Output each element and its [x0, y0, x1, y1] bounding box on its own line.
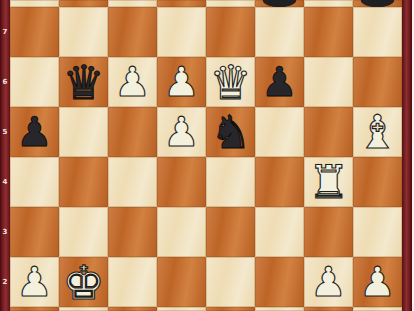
square-e2 [206, 257, 255, 307]
square-f6: ♟ [255, 57, 304, 107]
white-pawn-d6: ♟ [163, 62, 200, 103]
square-c1 [108, 307, 157, 311]
board-frame-right [402, 0, 412, 311]
square-a8 [10, 0, 59, 7]
square-c5 [108, 107, 157, 157]
square-d7 [157, 7, 206, 57]
square-e7 [206, 7, 255, 57]
chess-board: ♛♟♟♛♟♟♟♞♝♜♟♚♟♟ [10, 0, 402, 311]
square-f3 [255, 207, 304, 257]
square-e5: ♞ [206, 107, 255, 157]
white-pawn-c6: ♟ [114, 62, 151, 103]
black-queen-b6: ♛ [62, 59, 104, 106]
square-f2 [255, 257, 304, 307]
square-a5: ♟ [10, 107, 59, 157]
white-pawn-d5: ♟ [163, 112, 200, 153]
black-knight-e5: ♞ [210, 109, 251, 155]
white-king-b2: ♚ [62, 259, 104, 306]
square-c4 [108, 157, 157, 207]
square-c3 [108, 207, 157, 257]
square-f8 [255, 0, 304, 7]
rank-label-5: 5 [0, 107, 10, 157]
white-bishop-h5: ♝ [357, 109, 398, 155]
square-b2: ♚ [59, 257, 108, 307]
square-e6: ♛ [206, 57, 255, 107]
white-pawn-g2: ♟ [310, 262, 347, 303]
square-d8 [157, 0, 206, 7]
white-pawn-a2: ♟ [16, 262, 53, 303]
square-e8 [206, 0, 255, 7]
square-g6 [304, 57, 353, 107]
rank-label-7: 7 [0, 7, 10, 57]
square-e1 [206, 307, 255, 311]
square-h5: ♝ [353, 107, 402, 157]
square-g1 [304, 307, 353, 311]
square-f1 [255, 307, 304, 311]
white-pawn-h2: ♟ [359, 262, 396, 303]
square-h2: ♟ [353, 257, 402, 307]
square-g3 [304, 207, 353, 257]
chess-diagram: ♛♟♟♛♟♟♟♞♝♜♟♚♟♟ 765432 [0, 0, 414, 311]
square-h4 [353, 157, 402, 207]
square-b3 [59, 207, 108, 257]
square-h1 [353, 307, 402, 311]
square-d2 [157, 257, 206, 307]
square-a3 [10, 207, 59, 257]
square-a2: ♟ [10, 257, 59, 307]
square-d4 [157, 157, 206, 207]
black-pawn-a5: ♟ [16, 112, 53, 153]
square-c2 [108, 257, 157, 307]
square-b7 [59, 7, 108, 57]
square-a7 [10, 7, 59, 57]
square-h6 [353, 57, 402, 107]
square-a4 [10, 157, 59, 207]
rank-label-6: 6 [0, 57, 10, 107]
square-a6 [10, 57, 59, 107]
square-g4: ♜ [304, 157, 353, 207]
square-h3 [353, 207, 402, 257]
square-d5: ♟ [157, 107, 206, 157]
black-pawn-f6: ♟ [261, 62, 298, 103]
rank-label-2: 2 [0, 257, 10, 307]
square-e3 [206, 207, 255, 257]
square-f7 [255, 7, 304, 57]
partial-black-piece-f8 [263, 0, 296, 7]
board-frame-left: 765432 [0, 0, 10, 311]
square-e4 [206, 157, 255, 207]
square-f5 [255, 107, 304, 157]
square-h8 [353, 0, 402, 7]
square-b4 [59, 157, 108, 207]
rank-label-3: 3 [0, 207, 10, 257]
square-b6: ♛ [59, 57, 108, 107]
square-f4 [255, 157, 304, 207]
square-g5 [304, 107, 353, 157]
square-c8 [108, 0, 157, 7]
white-rook-g4: ♜ [308, 159, 349, 205]
partial-black-piece-h8 [361, 0, 394, 7]
rank-label-4: 4 [0, 157, 10, 207]
square-g8 [304, 0, 353, 7]
square-c7 [108, 7, 157, 57]
square-b1 [59, 307, 108, 311]
square-d6: ♟ [157, 57, 206, 107]
square-a1 [10, 307, 59, 311]
white-queen-e6: ♛ [209, 59, 251, 106]
square-g2: ♟ [304, 257, 353, 307]
square-b5 [59, 107, 108, 157]
square-c6: ♟ [108, 57, 157, 107]
square-g7 [304, 7, 353, 57]
square-b8 [59, 0, 108, 7]
square-d3 [157, 207, 206, 257]
square-d1 [157, 307, 206, 311]
square-h7 [353, 7, 402, 57]
